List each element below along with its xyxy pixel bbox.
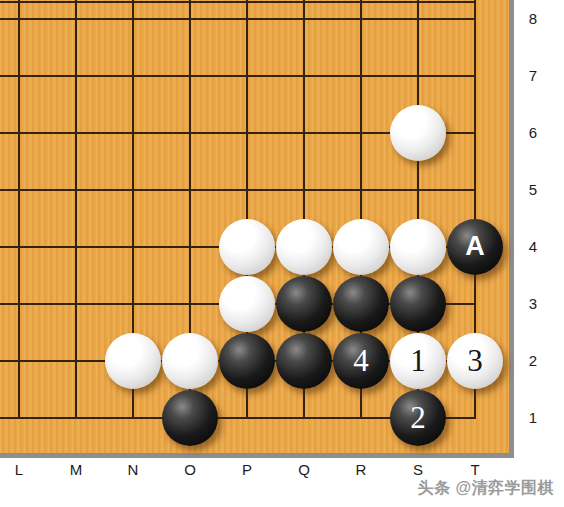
column-label-S: S — [408, 462, 428, 478]
stone-Q4-white — [276, 219, 332, 275]
stone-O1-black — [162, 390, 218, 446]
stone-S1-black: 2 — [390, 390, 446, 446]
stone-P3-white — [219, 276, 275, 332]
stone-S6-white — [390, 105, 446, 161]
row-label-7: 7 — [523, 68, 543, 84]
stone-Q3-black — [276, 276, 332, 332]
go-diagram: A4132 LMNOPQRST87654321 头条 @清弈学围棋 — [0, 0, 564, 507]
stone-S3-black — [390, 276, 446, 332]
row-label-2: 2 — [523, 353, 543, 369]
stone-S4-white — [390, 219, 446, 275]
stone-R2-black: 4 — [333, 333, 389, 389]
column-label-R: R — [351, 462, 371, 478]
column-label-T: T — [465, 462, 485, 478]
stone-O2-white — [162, 333, 218, 389]
move-number-2: 2 — [410, 402, 426, 435]
stone-R4-white — [333, 219, 389, 275]
row-label-6: 6 — [523, 125, 543, 141]
go-board: A4132 — [0, 0, 514, 458]
stone-T2-white: 3 — [447, 333, 503, 389]
stone-P4-white — [219, 219, 275, 275]
move-number-1: 1 — [410, 345, 426, 378]
column-label-N: N — [123, 462, 143, 478]
row-label-3: 3 — [523, 296, 543, 312]
point-label-A: A — [465, 233, 485, 262]
stone-T4-black: A — [447, 219, 503, 275]
column-label-Q: Q — [294, 462, 314, 478]
stone-N2-white — [105, 333, 161, 389]
column-label-P: P — [237, 462, 257, 478]
stone-R3-black — [333, 276, 389, 332]
watermark-text: 头条 @清弈学围棋 — [417, 478, 554, 499]
stone-Q2-black — [276, 333, 332, 389]
column-label-L: L — [9, 462, 29, 478]
row-label-5: 5 — [523, 182, 543, 198]
row-label-1: 1 — [523, 410, 543, 426]
stone-S2-white: 1 — [390, 333, 446, 389]
column-label-M: M — [66, 462, 86, 478]
move-number-3: 3 — [467, 345, 483, 378]
move-number-4: 4 — [353, 345, 369, 378]
row-label-4: 4 — [523, 239, 543, 255]
stone-layer: A4132 — [0, 0, 504, 447]
stone-P2-black — [219, 333, 275, 389]
row-label-8: 8 — [523, 11, 543, 27]
column-label-O: O — [180, 462, 200, 478]
